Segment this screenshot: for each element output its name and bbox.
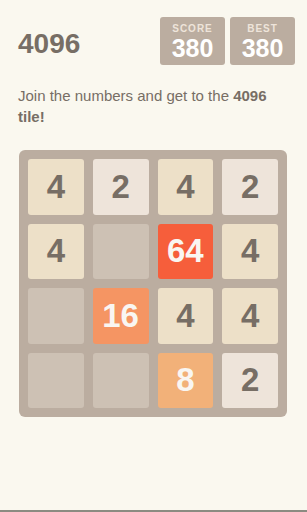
cell-r3-c2: 8 bbox=[158, 353, 214, 409]
cell-r2-c3: 4 bbox=[222, 288, 278, 344]
cell-r3-c1 bbox=[93, 353, 149, 409]
score-value: 380 bbox=[160, 35, 225, 62]
cell-r1-c1 bbox=[93, 224, 149, 280]
score-panel: SCORE 380 BEST 380 bbox=[160, 17, 295, 65]
intro-text: Join the numbers and get to the 4096 til… bbox=[18, 85, 291, 127]
cell-r0-c1: 2 bbox=[93, 159, 149, 215]
best-box: BEST 380 bbox=[230, 17, 295, 65]
cell-r0-c3: 2 bbox=[222, 159, 278, 215]
cell-r0-c0: 4 bbox=[28, 159, 84, 215]
score-box: SCORE 380 bbox=[160, 17, 225, 65]
game-screen: 4096 SCORE 380 BEST 380 Join the numbers… bbox=[0, 0, 307, 512]
cell-r2-c1: 16 bbox=[93, 288, 149, 344]
best-value: 380 bbox=[230, 35, 295, 62]
cell-r1-c2: 64 bbox=[158, 224, 214, 280]
game-board[interactable]: 4 2 4 2 4 64 4 16 4 4 8 2 bbox=[19, 150, 287, 417]
cell-r1-c3: 4 bbox=[222, 224, 278, 280]
cell-r0-c2: 4 bbox=[158, 159, 214, 215]
cell-r1-c0: 4 bbox=[28, 224, 84, 280]
cell-r3-c3: 2 bbox=[222, 353, 278, 409]
cell-r3-c0 bbox=[28, 353, 84, 409]
cell-r2-c0 bbox=[28, 288, 84, 344]
cell-r2-c2: 4 bbox=[158, 288, 214, 344]
app-title: 4096 bbox=[18, 28, 80, 60]
intro-normal: Join the numbers and get to the bbox=[18, 87, 233, 104]
